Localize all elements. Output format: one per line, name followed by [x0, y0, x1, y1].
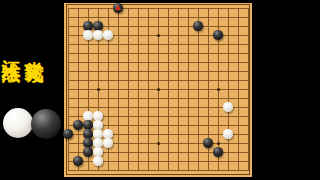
black-stone — [213, 147, 224, 157]
go-board — [64, 3, 252, 177]
thumbnail-stage: 党毅飞 江维杰 — [0, 0, 320, 180]
black-stone — [73, 120, 84, 130]
player-name-white: 江维杰 — [1, 45, 23, 51]
white-stone — [93, 156, 104, 166]
player-panel: 党毅飞 江维杰 — [0, 0, 64, 180]
last-move-marker — [115, 5, 121, 10]
white-stone — [83, 30, 94, 40]
white-stone — [103, 30, 114, 40]
player-name-black: 党毅飞 — [24, 45, 46, 51]
white-stone — [93, 30, 104, 40]
black-stone — [213, 30, 224, 40]
black-player-stone-icon — [31, 109, 61, 139]
black-stone — [63, 129, 74, 139]
white-stone — [223, 102, 234, 112]
black-stone — [73, 156, 84, 166]
black-stone — [113, 3, 124, 13]
black-stone — [193, 21, 204, 31]
black-stone — [83, 147, 94, 157]
stones-grid — [63, 4, 253, 175]
black-stone — [203, 138, 214, 148]
white-stone — [103, 138, 114, 148]
white-player-stone-icon — [3, 108, 33, 138]
white-stone — [223, 129, 234, 139]
